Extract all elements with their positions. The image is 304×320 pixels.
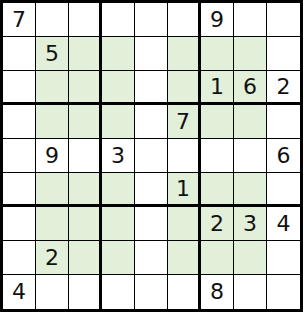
cell-r7c1-empty[interactable] bbox=[3, 207, 36, 241]
cell-r8c6-empty[interactable] bbox=[168, 241, 201, 275]
cell-r3c5-empty[interactable] bbox=[135, 71, 168, 105]
cell-r2c9-empty[interactable] bbox=[267, 37, 300, 71]
cell-r6c1-empty[interactable] bbox=[3, 173, 36, 207]
cell-r5c1-empty[interactable] bbox=[3, 139, 36, 173]
cell-r5c4-given-3[interactable]: 3 bbox=[102, 139, 135, 173]
cell-r8c1-empty[interactable] bbox=[3, 241, 36, 275]
cell-r4c1-empty[interactable] bbox=[3, 105, 36, 139]
cell-r9c5-empty[interactable] bbox=[135, 275, 168, 309]
cell-r1c3-empty[interactable] bbox=[69, 3, 102, 37]
cell-r1c6-empty[interactable] bbox=[168, 3, 201, 37]
cell-r3c3-empty[interactable] bbox=[69, 71, 102, 105]
cell-r7c4-empty[interactable] bbox=[102, 207, 135, 241]
cell-r7c6-empty[interactable] bbox=[168, 207, 201, 241]
cell-r3c9-given-2[interactable]: 2 bbox=[267, 71, 300, 105]
cell-r1c8-empty[interactable] bbox=[234, 3, 267, 37]
cell-r3c4-empty[interactable] bbox=[102, 71, 135, 105]
cell-r5c3-empty[interactable] bbox=[69, 139, 102, 173]
cell-r9c8-empty[interactable] bbox=[234, 275, 267, 309]
cell-r5c6-empty[interactable] bbox=[168, 139, 201, 173]
cell-r8c2-given-2[interactable]: 2 bbox=[36, 241, 69, 275]
cell-r8c5-empty[interactable] bbox=[135, 241, 168, 275]
cell-r5c9-given-6[interactable]: 6 bbox=[267, 139, 300, 173]
cell-r6c3-empty[interactable] bbox=[69, 173, 102, 207]
cell-r9c4-empty[interactable] bbox=[102, 275, 135, 309]
cell-r7c2-empty[interactable] bbox=[36, 207, 69, 241]
cell-r2c3-empty[interactable] bbox=[69, 37, 102, 71]
cell-r9c6-empty[interactable] bbox=[168, 275, 201, 309]
cell-r3c6-empty[interactable] bbox=[168, 71, 201, 105]
cell-r7c7-given-2[interactable]: 2 bbox=[201, 207, 234, 241]
cell-r5c7-empty[interactable] bbox=[201, 139, 234, 173]
cell-r4c3-empty[interactable] bbox=[69, 105, 102, 139]
cell-r6c6-given-1[interactable]: 1 bbox=[168, 173, 201, 207]
cell-r6c4-empty[interactable] bbox=[102, 173, 135, 207]
cell-r3c8-given-6[interactable]: 6 bbox=[234, 71, 267, 105]
cell-r9c7-given-8[interactable]: 8 bbox=[201, 275, 234, 309]
cell-r4c5-empty[interactable] bbox=[135, 105, 168, 139]
cell-r2c1-empty[interactable] bbox=[3, 37, 36, 71]
cell-r5c8-empty[interactable] bbox=[234, 139, 267, 173]
cell-r1c2-empty[interactable] bbox=[36, 3, 69, 37]
cell-r4c7-empty[interactable] bbox=[201, 105, 234, 139]
cell-r1c5-empty[interactable] bbox=[135, 3, 168, 37]
cell-r9c9-empty[interactable] bbox=[267, 275, 300, 309]
cell-r4c6-given-7[interactable]: 7 bbox=[168, 105, 201, 139]
cell-r6c2-empty[interactable] bbox=[36, 173, 69, 207]
cell-r1c7-given-9[interactable]: 9 bbox=[201, 3, 234, 37]
cell-r7c8-given-3[interactable]: 3 bbox=[234, 207, 267, 241]
cell-r6c7-empty[interactable] bbox=[201, 173, 234, 207]
cell-r8c8-empty[interactable] bbox=[234, 241, 267, 275]
cell-r5c5-empty[interactable] bbox=[135, 139, 168, 173]
cell-r1c9-empty[interactable] bbox=[267, 3, 300, 37]
cell-r5c2-given-9[interactable]: 9 bbox=[36, 139, 69, 173]
cell-r9c3-empty[interactable] bbox=[69, 275, 102, 309]
cell-r4c2-empty[interactable] bbox=[36, 105, 69, 139]
cell-r6c9-empty[interactable] bbox=[267, 173, 300, 207]
cell-r2c6-empty[interactable] bbox=[168, 37, 201, 71]
cell-r7c5-empty[interactable] bbox=[135, 207, 168, 241]
cell-r2c7-empty[interactable] bbox=[201, 37, 234, 71]
cell-r3c1-empty[interactable] bbox=[3, 71, 36, 105]
sudoku-board: 79516279361234248 bbox=[0, 0, 303, 312]
cell-r6c8-empty[interactable] bbox=[234, 173, 267, 207]
cell-r1c1-given-7[interactable]: 7 bbox=[3, 3, 36, 37]
cell-r2c8-empty[interactable] bbox=[234, 37, 267, 71]
cell-r8c3-empty[interactable] bbox=[69, 241, 102, 275]
cell-r2c5-empty[interactable] bbox=[135, 37, 168, 71]
cell-r9c2-empty[interactable] bbox=[36, 275, 69, 309]
cell-r9c1-given-4[interactable]: 4 bbox=[3, 275, 36, 309]
cell-r4c4-empty[interactable] bbox=[102, 105, 135, 139]
cell-r4c8-empty[interactable] bbox=[234, 105, 267, 139]
cell-r6c5-empty[interactable] bbox=[135, 173, 168, 207]
cell-r2c2-given-5[interactable]: 5 bbox=[36, 37, 69, 71]
cell-r2c4-empty[interactable] bbox=[102, 37, 135, 71]
cell-r8c4-empty[interactable] bbox=[102, 241, 135, 275]
cell-r7c3-empty[interactable] bbox=[69, 207, 102, 241]
cell-r1c4-empty[interactable] bbox=[102, 3, 135, 37]
cell-r8c9-empty[interactable] bbox=[267, 241, 300, 275]
cell-r3c7-given-1[interactable]: 1 bbox=[201, 71, 234, 105]
cell-r3c2-empty[interactable] bbox=[36, 71, 69, 105]
cell-r8c7-empty[interactable] bbox=[201, 241, 234, 275]
cell-r4c9-empty[interactable] bbox=[267, 105, 300, 139]
cell-r7c9-given-4[interactable]: 4 bbox=[267, 207, 300, 241]
